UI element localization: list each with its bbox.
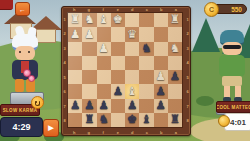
- square-e3[interactable]: [111, 42, 125, 56]
- square-b2[interactable]: [154, 27, 168, 41]
- piece-bB-c8: ♝: [141, 114, 151, 126]
- square-d7[interactable]: ♟: [125, 99, 139, 113]
- square-f4[interactable]: [97, 56, 111, 70]
- square-b4[interactable]: [154, 56, 168, 70]
- piece-wP-h2: ♟: [70, 29, 80, 41]
- back-button[interactable]: ←: [15, 2, 30, 16]
- square-c2[interactable]: [139, 27, 153, 41]
- square-f8[interactable]: ♞: [97, 113, 111, 127]
- piece-bN-c3: ♞: [141, 43, 151, 55]
- eye2-icon: [28, 51, 30, 53]
- coin-count: 550: [231, 6, 242, 13]
- candy2-icon: [28, 75, 35, 82]
- square-e4[interactable]: [111, 56, 125, 70]
- square-f1[interactable]: ♝: [97, 13, 111, 27]
- piece-bP-f7: ♟: [98, 100, 108, 112]
- piece-wB-f1: ♝: [98, 14, 108, 26]
- square-d6[interactable]: ♝: [125, 84, 139, 98]
- rank-label-3: 3: [185, 41, 190, 56]
- file-label-h: h: [67, 130, 82, 135]
- square-a5[interactable]: ♟: [168, 70, 182, 84]
- piece-bP-b7: ♟: [155, 100, 165, 112]
- rank-label-8: 8: [185, 114, 190, 129]
- avatar-left: [2, 26, 50, 104]
- file-label-b: b: [154, 130, 169, 135]
- square-d1[interactable]: [125, 13, 139, 27]
- square-c7[interactable]: [139, 99, 153, 113]
- square-d4[interactable]: [125, 56, 139, 70]
- square-a3[interactable]: ♞: [168, 42, 182, 56]
- emoji-reaction-icon: [31, 96, 44, 109]
- rank-label-7: 7: [185, 99, 190, 114]
- square-d2[interactable]: ♛: [125, 27, 139, 41]
- file-label-e: e: [111, 130, 126, 135]
- face-left: [15, 46, 35, 60]
- chess-board: ♜♞♝♚♜♟♟♛♟♞♞♟♟♟♝♟♟♟♟♟♟♜♞♚♝♜: [67, 12, 183, 128]
- piece-wP-f3: ♟: [98, 43, 108, 55]
- rank-label-1: 1: [185, 12, 190, 27]
- square-c1[interactable]: [139, 13, 153, 27]
- clock-right-time: 4:01: [230, 118, 246, 127]
- square-g8[interactable]: ♜: [82, 113, 96, 127]
- piece-bP-h7: ♟: [70, 100, 80, 112]
- piece-bP-d7: ♟: [127, 100, 137, 112]
- square-h6[interactable]: [68, 84, 82, 98]
- square-f2[interactable]: [97, 27, 111, 41]
- square-a7[interactable]: [168, 99, 182, 113]
- square-c8[interactable]: ♝: [139, 113, 153, 127]
- square-c5[interactable]: [139, 70, 153, 84]
- shorts: [222, 76, 242, 86]
- square-c6[interactable]: [139, 84, 153, 98]
- file-label-f: f: [96, 130, 111, 135]
- square-e2[interactable]: [111, 27, 125, 41]
- clock-badge-icon: [218, 115, 230, 127]
- square-f7[interactable]: ♟: [97, 99, 111, 113]
- square-h3[interactable]: [68, 42, 82, 56]
- piece-bR-g8: ♜: [84, 114, 94, 126]
- piece-bN-f8: ♞: [98, 114, 108, 126]
- sunglasses-icon: [223, 45, 241, 49]
- piece-wR-h1: ♜: [70, 14, 80, 26]
- square-g3[interactable]: [82, 42, 96, 56]
- pants-leg: [15, 79, 24, 92]
- square-a2[interactable]: [168, 27, 182, 41]
- square-d5[interactable]: [125, 70, 139, 84]
- square-g1[interactable]: ♞: [82, 13, 96, 27]
- file-labels-bottom: hgfedcba: [67, 130, 183, 135]
- square-e1[interactable]: ♚: [111, 13, 125, 27]
- rank-label-2: 2: [185, 27, 190, 42]
- square-a6[interactable]: [168, 84, 182, 98]
- piece-wP-g2: ♟: [84, 29, 94, 41]
- piece-wR-a1: ♜: [170, 14, 180, 26]
- square-c4[interactable]: [139, 56, 153, 70]
- player-name-right: Cool Matteo: [216, 101, 250, 113]
- file-label-c: c: [140, 130, 155, 135]
- coin-icon: C: [204, 2, 219, 17]
- file-label-d: d: [125, 130, 140, 135]
- square-g5[interactable]: [82, 70, 96, 84]
- square-b6[interactable]: ♟: [154, 84, 168, 98]
- piece-wN-g1: ♞: [84, 14, 94, 26]
- square-a4[interactable]: [168, 56, 182, 70]
- rank-labels-right: 12345678: [185, 12, 190, 128]
- forward-arrow-icon: ▶: [48, 124, 53, 132]
- eye-icon: [19, 51, 21, 53]
- player-name-right-text: Cool Matteo: [216, 105, 250, 110]
- chess-board-frame: hgfedcba hgfedcba 12345678 12345678 ♜♞♝♚…: [61, 6, 191, 136]
- square-f5[interactable]: [97, 70, 111, 84]
- clock-left: 4:29: [0, 117, 43, 137]
- piece-bP-g7: ♟: [84, 100, 94, 112]
- piece-bK-d8: ♚: [127, 114, 137, 126]
- square-e7[interactable]: [111, 99, 125, 113]
- square-h4[interactable]: [68, 56, 82, 70]
- coin-letter: C: [209, 6, 214, 13]
- square-h5[interactable]: [68, 70, 82, 84]
- square-b3[interactable]: [154, 42, 168, 56]
- square-f3[interactable]: ♟: [97, 42, 111, 56]
- square-a8[interactable]: ♜: [168, 113, 182, 127]
- square-b5[interactable]: ♟: [154, 70, 168, 84]
- square-e5[interactable]: [111, 70, 125, 84]
- square-a1[interactable]: ♜: [168, 13, 182, 27]
- square-h1[interactable]: ♜: [68, 13, 82, 27]
- square-h7[interactable]: ♟: [68, 99, 82, 113]
- square-h8[interactable]: [68, 113, 82, 127]
- square-b8[interactable]: [154, 113, 168, 127]
- square-e8[interactable]: [111, 113, 125, 127]
- square-d8[interactable]: ♚: [125, 113, 139, 127]
- game-scene: ← 550 C Slow Karma 4:29 ▶ Cool Matteo 4:…: [0, 0, 250, 141]
- square-b7[interactable]: ♟: [154, 99, 168, 113]
- clock-left-time: 4:29: [12, 122, 30, 132]
- hoodie: [219, 55, 245, 77]
- piece-wB-d6: ♝: [127, 86, 137, 98]
- square-f6[interactable]: [97, 84, 111, 98]
- square-c3[interactable]: ♞: [139, 42, 153, 56]
- file-label-g: g: [82, 130, 97, 135]
- piece-bR-a8: ♜: [170, 114, 180, 126]
- piece-bP-e6: ♟: [113, 86, 123, 98]
- player-name-left-text: Slow Karma: [3, 108, 38, 113]
- piece-wK-e1: ♚: [113, 14, 123, 26]
- piece-bP-b6: ♟: [155, 86, 165, 98]
- quest-banner-icon[interactable]: [0, 0, 13, 10]
- rank-label-4: 4: [185, 56, 190, 71]
- piece-wQ-d2: ♛: [127, 29, 137, 41]
- square-g4[interactable]: [82, 56, 96, 70]
- square-e6[interactable]: ♟: [111, 84, 125, 98]
- piece-wN-a3: ♞: [170, 43, 180, 55]
- forward-button[interactable]: ▶: [43, 119, 59, 137]
- back-arrow-icon: ←: [19, 6, 26, 13]
- square-g2[interactable]: ♟: [82, 27, 96, 41]
- square-h2[interactable]: ♟: [68, 27, 82, 41]
- rank-label-6: 6: [185, 85, 190, 100]
- piece-wP-b5: ♟: [155, 71, 165, 83]
- rank-label-5: 5: [185, 70, 190, 85]
- file-label-a: a: [169, 130, 184, 135]
- square-b1[interactable]: [154, 13, 168, 27]
- square-d3[interactable]: [125, 42, 139, 56]
- square-g7[interactable]: ♟: [82, 99, 96, 113]
- piece-bP-a5: ♟: [170, 71, 180, 83]
- square-g6[interactable]: [82, 84, 96, 98]
